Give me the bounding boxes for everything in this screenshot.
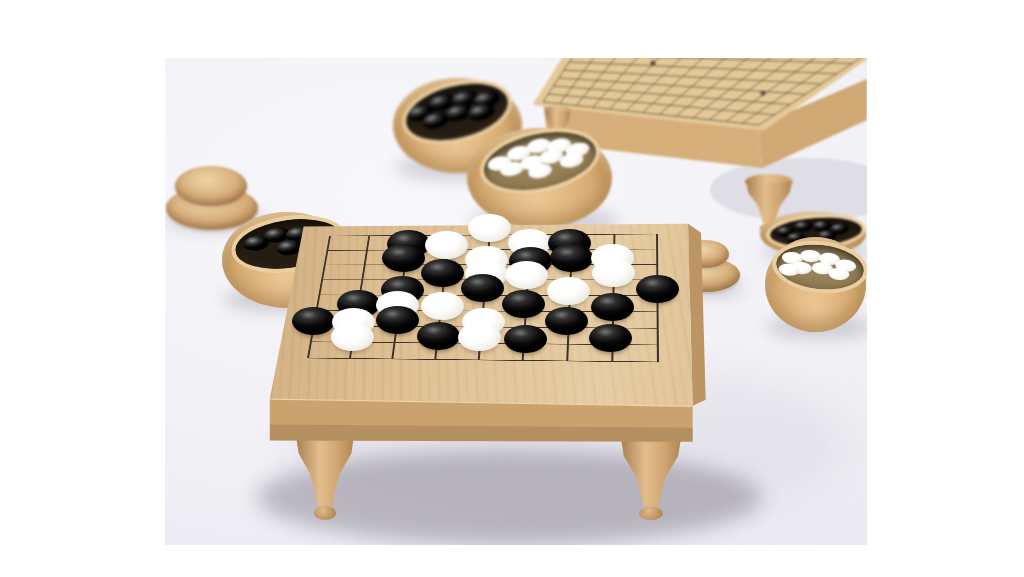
board-cell	[415, 335, 460, 352]
board-cell	[298, 287, 341, 302]
board-cell	[592, 257, 635, 272]
board-cell	[304, 258, 346, 273]
board-cell	[459, 319, 503, 335]
board-cell	[635, 353, 681, 371]
board-cell	[550, 242, 593, 257]
board-cell	[461, 303, 505, 319]
board-cell	[469, 228, 511, 243]
board-cell	[343, 257, 385, 272]
board-cell	[372, 334, 416, 351]
board-cell	[428, 228, 470, 243]
board-cell	[377, 303, 421, 319]
board-cell	[379, 287, 422, 303]
board-cell	[384, 257, 427, 272]
board-cell	[413, 351, 458, 368]
board-cell	[507, 257, 550, 272]
board-cell	[590, 336, 635, 353]
board-grid	[286, 226, 682, 370]
board-cell	[424, 257, 467, 272]
main-go-board	[165, 58, 867, 545]
board-cell	[333, 318, 377, 334]
board-cell	[341, 272, 384, 287]
board-cell	[327, 350, 372, 367]
board-cell	[456, 351, 501, 368]
board-cell	[590, 320, 635, 337]
board-cell	[286, 350, 331, 367]
board-cell	[423, 272, 466, 287]
board-cell	[506, 272, 549, 287]
board-cell	[591, 288, 635, 304]
board-cell	[504, 303, 548, 319]
board-cell	[636, 241, 679, 256]
board-cell	[306, 243, 348, 258]
board-cell	[545, 336, 590, 353]
board-cell	[467, 242, 510, 257]
board-cell	[550, 257, 593, 272]
board-cell	[505, 288, 549, 304]
board-cell	[635, 304, 680, 320]
board-cell	[386, 243, 428, 258]
board-cell	[589, 353, 635, 371]
board-cell	[466, 257, 509, 272]
board-cell	[551, 227, 593, 242]
board-cell	[593, 242, 636, 257]
board-cell	[593, 227, 636, 242]
board-cell	[635, 320, 680, 337]
board-cell	[309, 229, 351, 243]
board-cell	[547, 303, 591, 319]
board-cell	[636, 226, 679, 241]
board-cell	[546, 319, 591, 336]
board-cell	[635, 336, 681, 353]
board-cell	[336, 303, 380, 319]
board-cell	[419, 303, 463, 319]
board-cell	[501, 335, 546, 352]
board-cell	[338, 287, 381, 302]
board-cell	[464, 272, 507, 287]
board-cell	[381, 272, 424, 287]
board-cell	[635, 272, 679, 288]
board-cell	[591, 304, 635, 320]
board-cell	[635, 257, 679, 273]
board-cell	[289, 334, 333, 350]
board-cell	[292, 318, 336, 334]
board-cell	[348, 228, 390, 243]
board-cell	[346, 243, 388, 258]
board-cell	[388, 228, 430, 243]
board-cell	[370, 351, 415, 368]
board-cell	[549, 272, 593, 288]
photo-area	[165, 58, 867, 545]
board-top-surface	[270, 224, 693, 406]
board-cell	[330, 334, 374, 351]
board-cell	[375, 318, 419, 334]
board-cell	[635, 288, 680, 304]
board-cell	[544, 352, 590, 369]
board-cell	[417, 319, 461, 335]
board-cell	[463, 288, 507, 304]
board-cell	[301, 272, 344, 287]
screenshot-frame	[0, 0, 1024, 577]
board-cell	[500, 352, 545, 369]
board-cell	[592, 272, 636, 288]
board-cell	[295, 303, 338, 319]
board-cell	[421, 287, 464, 303]
board-cell	[548, 288, 592, 304]
board-cell	[510, 227, 552, 242]
board-cell	[509, 242, 552, 257]
board-cell	[426, 242, 468, 257]
board-cell	[503, 319, 548, 336]
board-cell	[458, 335, 503, 352]
